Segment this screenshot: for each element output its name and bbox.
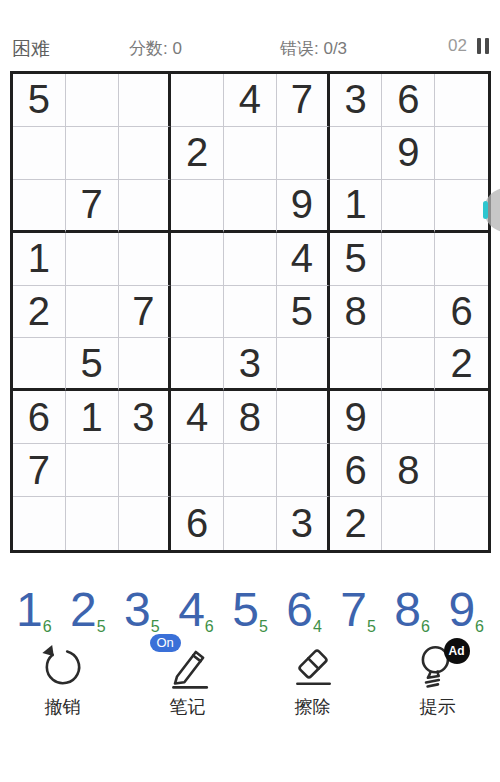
cell-r7c2[interactable]: 1 xyxy=(66,391,119,444)
cell-r3c9[interactable] xyxy=(435,180,488,233)
numpad-6[interactable]: 64 xyxy=(286,586,322,634)
numpad-8[interactable]: 86 xyxy=(394,586,430,634)
cell-r2c6[interactable] xyxy=(277,127,330,180)
numpad-remaining-count: 6 xyxy=(205,618,214,636)
cell-r9c1[interactable] xyxy=(13,497,66,550)
cell-r5c1[interactable]: 2 xyxy=(13,286,66,339)
cell-r9c3[interactable] xyxy=(119,497,172,550)
cell-r7c1[interactable]: 6 xyxy=(13,391,66,444)
cell-r4c7[interactable]: 5 xyxy=(330,233,383,286)
cell-r9c5[interactable] xyxy=(224,497,277,550)
cell-r3c2[interactable]: 7 xyxy=(66,180,119,233)
cell-r9c8[interactable] xyxy=(382,497,435,550)
cell-r8c3[interactable] xyxy=(119,444,172,497)
cell-r9c9[interactable] xyxy=(435,497,488,550)
cell-r6c9[interactable]: 2 xyxy=(435,338,488,391)
sudoku-board: 547362979114527586532613489768632 xyxy=(10,71,491,553)
numpad-3[interactable]: 35 xyxy=(124,586,160,634)
cell-r1c4[interactable] xyxy=(171,74,224,127)
cell-r6c1[interactable] xyxy=(13,338,66,391)
numpad-remaining-count: 6 xyxy=(43,618,52,636)
cell-r4c3[interactable] xyxy=(119,233,172,286)
cell-r5c9[interactable]: 6 xyxy=(435,286,488,339)
pencil-icon: On xyxy=(163,640,213,690)
cell-r7c3[interactable]: 3 xyxy=(119,391,172,444)
mistakes-label: 错误: 0/3 xyxy=(280,37,347,60)
undo-icon xyxy=(38,640,88,690)
cell-r1c5[interactable]: 4 xyxy=(224,74,277,127)
numpad-remaining-count: 5 xyxy=(259,618,268,636)
timer-group: 02 xyxy=(448,36,491,56)
hint-ad-badge: Ad xyxy=(444,638,470,664)
cell-r8c5[interactable] xyxy=(224,444,277,497)
cell-r2c2[interactable] xyxy=(66,127,119,180)
undo-label: 撤销 xyxy=(45,695,81,719)
numpad-digit: 2 xyxy=(70,586,97,634)
numpad-digit: 3 xyxy=(124,586,151,634)
hint-label: 提示 xyxy=(420,695,456,719)
cell-r8c6[interactable] xyxy=(277,444,330,497)
numpad-remaining-count: 6 xyxy=(421,618,430,636)
cell-r9c4[interactable]: 6 xyxy=(171,497,224,550)
numpad-digit: 7 xyxy=(340,586,367,634)
cell-r9c2[interactable] xyxy=(66,497,119,550)
cell-r4c8[interactable] xyxy=(382,233,435,286)
cell-r7c6[interactable] xyxy=(277,391,330,444)
lightbulb-icon: Ad xyxy=(413,640,463,690)
numpad-4[interactable]: 46 xyxy=(178,586,214,634)
cell-r5c8[interactable] xyxy=(382,286,435,339)
cell-r3c5[interactable] xyxy=(224,180,277,233)
cell-r2c9[interactable] xyxy=(435,127,488,180)
cell-r6c8[interactable] xyxy=(382,338,435,391)
sudoku-app-screen: 困难 分数: 0 错误: 0/3 02 54736297911452758653… xyxy=(0,0,500,782)
numpad-remaining-count: 5 xyxy=(367,618,376,636)
cell-r3c1[interactable] xyxy=(13,180,66,233)
numpad-2[interactable]: 25 xyxy=(70,586,106,634)
numpad-9[interactable]: 96 xyxy=(448,586,484,634)
cell-r3c6[interactable]: 9 xyxy=(277,180,330,233)
toolbar: 撤销 On 笔记 xyxy=(0,640,500,719)
cell-r1c2[interactable] xyxy=(66,74,119,127)
cell-r1c1[interactable]: 5 xyxy=(13,74,66,127)
numpad-remaining-count: 5 xyxy=(97,618,106,636)
hint-button[interactable]: Ad 提示 xyxy=(413,640,463,719)
cell-r3c8[interactable] xyxy=(382,180,435,233)
cell-r6c7[interactable] xyxy=(330,338,383,391)
cell-r1c3[interactable] xyxy=(119,74,172,127)
cell-r4c9[interactable] xyxy=(435,233,488,286)
cell-r1c6[interactable]: 7 xyxy=(277,74,330,127)
cell-r4c2[interactable] xyxy=(66,233,119,286)
timer-value: 02 xyxy=(448,36,467,56)
numpad-5[interactable]: 55 xyxy=(232,586,268,634)
cell-r7c9[interactable] xyxy=(435,391,488,444)
undo-button[interactable]: 撤销 xyxy=(38,640,88,719)
cell-r2c7[interactable] xyxy=(330,127,383,180)
cell-r8c9[interactable] xyxy=(435,444,488,497)
pause-icon xyxy=(477,38,481,54)
cell-r3c4[interactable] xyxy=(171,180,224,233)
numpad-digit: 1 xyxy=(16,586,43,634)
cell-r5c7[interactable]: 8 xyxy=(330,286,383,339)
cell-r9c7[interactable]: 2 xyxy=(330,497,383,550)
cell-r8c8[interactable]: 8 xyxy=(382,444,435,497)
cell-r2c3[interactable] xyxy=(119,127,172,180)
cell-r7c5[interactable]: 8 xyxy=(224,391,277,444)
cell-r4c1[interactable]: 1 xyxy=(13,233,66,286)
cell-r1c8[interactable]: 6 xyxy=(382,74,435,127)
cell-r1c9[interactable] xyxy=(435,74,488,127)
cell-r5c2[interactable] xyxy=(66,286,119,339)
numpad-remaining-count: 6 xyxy=(475,618,484,636)
erase-label: 擦除 xyxy=(295,695,331,719)
cell-r9c6[interactable]: 3 xyxy=(277,497,330,550)
cell-r5c6[interactable]: 5 xyxy=(277,286,330,339)
cell-r8c4[interactable] xyxy=(171,444,224,497)
cell-r7c7[interactable]: 9 xyxy=(330,391,383,444)
eraser-icon xyxy=(288,640,338,690)
numpad-digit: 6 xyxy=(286,586,313,634)
cell-r6c4[interactable] xyxy=(171,338,224,391)
edge-floating-handle-accent xyxy=(483,201,488,219)
cell-r2c1[interactable] xyxy=(13,127,66,180)
cell-r5c5[interactable] xyxy=(224,286,277,339)
cell-r6c6[interactable] xyxy=(277,338,330,391)
numpad-digit: 9 xyxy=(448,586,475,634)
cell-r2c8[interactable]: 9 xyxy=(382,127,435,180)
cell-r5c3[interactable]: 7 xyxy=(119,286,172,339)
cell-r2c4[interactable]: 2 xyxy=(171,127,224,180)
cell-r4c4[interactable] xyxy=(171,233,224,286)
cell-r8c2[interactable] xyxy=(66,444,119,497)
cell-r6c3[interactable] xyxy=(119,338,172,391)
notes-button[interactable]: On 笔记 xyxy=(163,640,213,719)
numpad-digit: 8 xyxy=(394,586,421,634)
cell-r6c5[interactable]: 3 xyxy=(224,338,277,391)
difficulty-label: 困难 xyxy=(12,36,50,62)
pause-icon xyxy=(485,38,489,54)
numpad-7[interactable]: 75 xyxy=(340,586,376,634)
cell-r4c5[interactable] xyxy=(224,233,277,286)
cell-r5c4[interactable] xyxy=(171,286,224,339)
numpad-1[interactable]: 16 xyxy=(16,586,52,634)
cell-r1c7[interactable]: 3 xyxy=(330,74,383,127)
notes-label: 笔记 xyxy=(170,695,206,719)
cell-r3c3[interactable] xyxy=(119,180,172,233)
top-bar: 困难 分数: 0 错误: 0/3 02 xyxy=(0,34,500,64)
cell-r3c7[interactable]: 1 xyxy=(330,180,383,233)
numpad-remaining-count: 4 xyxy=(313,618,322,636)
number-pad: 162535465564758696 xyxy=(0,576,500,634)
notes-on-badge: On xyxy=(150,634,181,652)
numpad-digit: 5 xyxy=(232,586,259,634)
erase-button[interactable]: 擦除 xyxy=(288,640,338,719)
cell-r8c7[interactable]: 6 xyxy=(330,444,383,497)
numpad-digit: 4 xyxy=(178,586,205,634)
cell-r4c6[interactable]: 4 xyxy=(277,233,330,286)
score-label: 分数: 0 xyxy=(129,37,182,60)
cell-r7c8[interactable] xyxy=(382,391,435,444)
cell-r2c5[interactable] xyxy=(224,127,277,180)
pause-button[interactable] xyxy=(475,36,491,56)
cell-r8c1[interactable]: 7 xyxy=(13,444,66,497)
cell-r6c2[interactable]: 5 xyxy=(66,338,119,391)
cell-r7c4[interactable]: 4 xyxy=(171,391,224,444)
